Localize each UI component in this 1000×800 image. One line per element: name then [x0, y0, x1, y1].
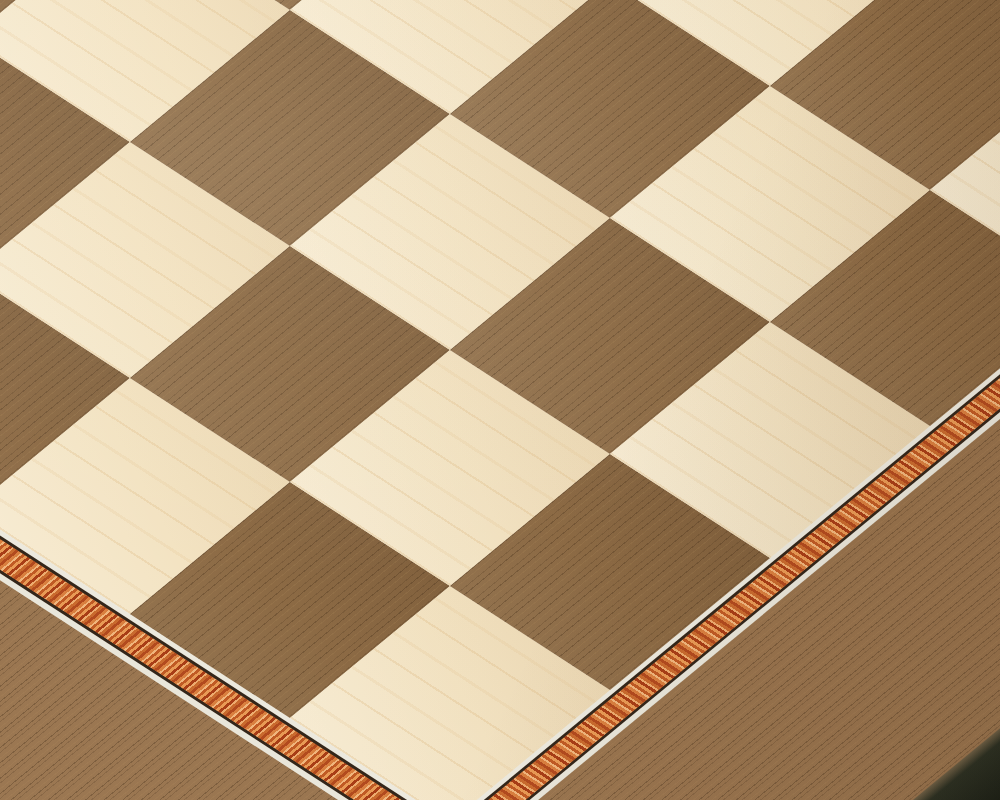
- board-photo: [0, 0, 1000, 800]
